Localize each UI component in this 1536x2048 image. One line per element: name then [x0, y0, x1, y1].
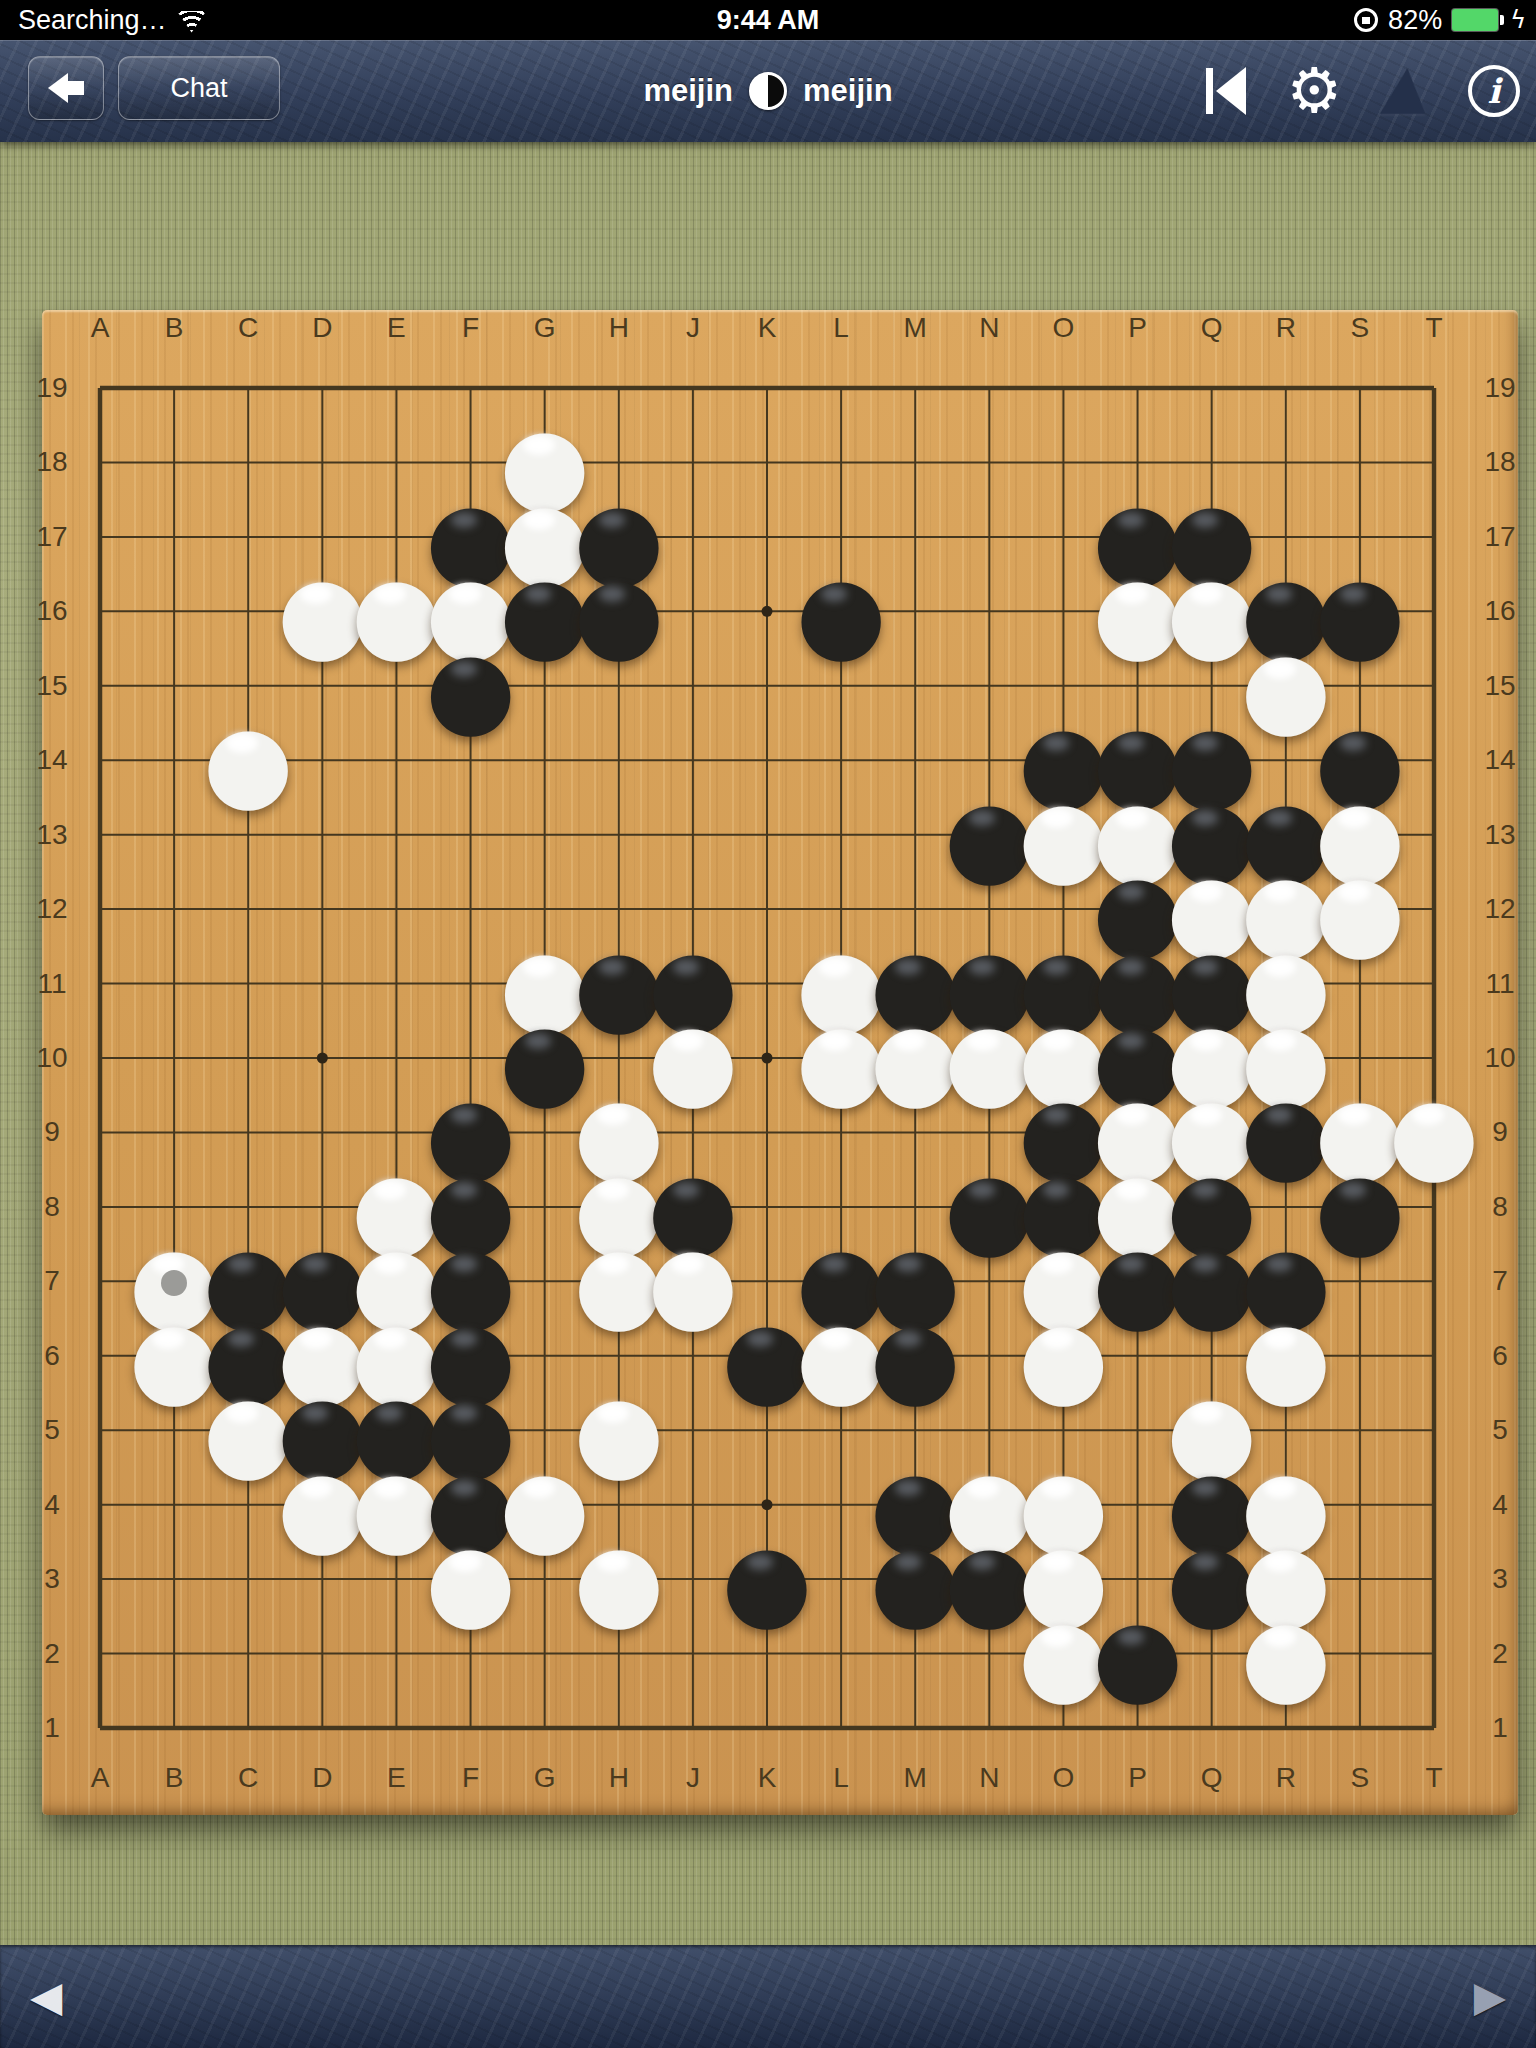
- back-arrow-icon: [48, 73, 84, 103]
- skip-to-start-button[interactable]: [1206, 67, 1246, 115]
- go-board[interactable]: AABBCCDDEEFFGGHHJJKKLLMMNNOOPPQQRRSSTT19…: [42, 310, 1518, 1815]
- back-button[interactable]: [28, 56, 104, 120]
- orientation-lock-icon: [1354, 8, 1378, 32]
- prev-move-button[interactable]: ◀: [30, 1945, 62, 2048]
- settings-button[interactable]: ⚙: [1286, 60, 1342, 122]
- battery-icon: [1452, 9, 1498, 31]
- battery-percent-label: 82%: [1388, 5, 1442, 36]
- bottom-toolbar: ◀ ▶: [0, 1945, 1536, 2048]
- status-bar: Searching… 9:44 AM 82% ϟ: [0, 0, 1536, 40]
- disabled-arrow-icon: [1380, 68, 1431, 114]
- clock-label: 9:44 AM: [0, 5, 1536, 36]
- screen: Searching… 9:44 AM 82% ϟ Chat meijin mei…: [0, 0, 1536, 2048]
- charging-bolt-icon: ϟ: [1510, 6, 1526, 34]
- next-move-button[interactable]: ▶: [1474, 1945, 1506, 2048]
- chat-button[interactable]: Chat: [118, 56, 280, 120]
- info-button[interactable]: i: [1468, 65, 1520, 117]
- turn-indicator-icon: [749, 72, 787, 110]
- player-left-name: meijin: [643, 73, 733, 109]
- player-right-name: meijin: [803, 73, 893, 109]
- nav-toolbar: Chat meijin meijin ⚙ i: [0, 40, 1536, 142]
